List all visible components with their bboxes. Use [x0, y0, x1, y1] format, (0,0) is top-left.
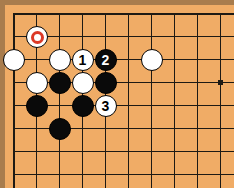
grid-vline	[174, 163, 175, 188]
grid-vline	[59, 25, 60, 48]
board-intersection[interactable]	[186, 25, 209, 48]
board-intersection[interactable]	[163, 94, 186, 117]
board-intersection[interactable]: 2	[94, 48, 117, 71]
white-stone[interactable]	[26, 26, 48, 48]
board-intersection[interactable]	[117, 117, 140, 140]
move-number-label: 3	[102, 98, 110, 112]
grid-vline	[128, 25, 129, 48]
grid-vline	[174, 13, 175, 25]
board-intersection[interactable]	[163, 163, 186, 186]
board-intersection[interactable]	[209, 94, 232, 117]
black-stone[interactable]	[26, 95, 48, 117]
board-intersection[interactable]	[140, 25, 163, 48]
board-intersection[interactable]	[140, 117, 163, 140]
board-intersection[interactable]	[117, 71, 140, 94]
board-intersection[interactable]	[25, 48, 48, 71]
board-intersection[interactable]	[94, 71, 117, 94]
grid-vline	[220, 48, 221, 71]
board-intersection[interactable]	[163, 117, 186, 140]
grid-vline	[105, 140, 106, 163]
grid-vline	[105, 117, 106, 140]
board-intersection[interactable]	[2, 48, 25, 71]
grid-vline	[13, 71, 15, 94]
board-intersection[interactable]	[48, 117, 71, 140]
grid-hline	[209, 128, 234, 129]
grid-vline	[220, 140, 221, 163]
grid-vline	[128, 140, 129, 163]
board-intersection[interactable]	[186, 163, 209, 186]
grid-vline	[220, 25, 221, 48]
board-intersection[interactable]	[2, 117, 25, 140]
board-intersection[interactable]	[209, 2, 232, 25]
black-stone[interactable]	[72, 95, 94, 117]
board-intersection[interactable]	[186, 48, 209, 71]
white-stone[interactable]: 3	[95, 95, 117, 117]
board-intersection[interactable]	[117, 25, 140, 48]
grid-vline	[197, 13, 198, 25]
grid-vline	[128, 117, 129, 140]
grid-vline	[220, 117, 221, 140]
move-number-label: 1	[79, 52, 87, 66]
white-stone[interactable]	[26, 72, 48, 94]
grid-hline	[209, 59, 234, 60]
grid-vline	[36, 117, 37, 140]
grid-vline	[128, 163, 129, 188]
star-point	[218, 80, 223, 85]
black-stone[interactable]	[95, 72, 117, 94]
grid-vline	[197, 48, 198, 71]
board-intersection[interactable]	[25, 117, 48, 140]
grid-vline	[82, 163, 83, 188]
board-intersection[interactable]: 3	[94, 94, 117, 117]
board-intersection[interactable]	[25, 94, 48, 117]
grid-vline	[197, 163, 198, 188]
board-intersection[interactable]	[71, 71, 94, 94]
white-stone[interactable]	[72, 72, 94, 94]
board-intersection[interactable]	[71, 163, 94, 186]
grid-vline	[220, 94, 221, 117]
grid-vline	[82, 13, 83, 25]
board-intersection[interactable]	[48, 140, 71, 163]
board-intersection[interactable]	[117, 94, 140, 117]
black-stone[interactable]	[49, 118, 71, 140]
board-intersection[interactable]	[71, 94, 94, 117]
grid-vline	[174, 25, 175, 48]
board-intersection[interactable]	[186, 140, 209, 163]
grid-hline	[209, 105, 234, 106]
board-intersection[interactable]	[94, 25, 117, 48]
grid-vline	[59, 140, 60, 163]
black-stone[interactable]: 2	[95, 49, 117, 71]
board-intersection[interactable]	[48, 48, 71, 71]
board-intersection[interactable]	[71, 25, 94, 48]
board-intersection[interactable]	[48, 2, 71, 25]
grid-vline	[151, 140, 152, 163]
board-intersection[interactable]	[209, 25, 232, 48]
board-intersection[interactable]	[48, 163, 71, 186]
board-intersection[interactable]	[209, 117, 232, 140]
board-intersection[interactable]	[2, 25, 25, 48]
board-intersection[interactable]	[117, 163, 140, 186]
grid-vline	[151, 13, 152, 25]
black-stone[interactable]	[49, 72, 71, 94]
grid-vline	[128, 94, 129, 117]
grid-vline	[128, 71, 129, 94]
go-diagram: 123	[0, 0, 234, 188]
board-intersection[interactable]	[94, 117, 117, 140]
grid-vline	[174, 94, 175, 117]
grid-vline	[174, 140, 175, 163]
grid-vline	[197, 94, 198, 117]
board-intersection[interactable]	[25, 25, 48, 48]
grid-vline	[174, 48, 175, 71]
grid-hline	[209, 13, 234, 15]
grid-vline	[36, 48, 37, 71]
board-intersection[interactable]	[140, 163, 163, 186]
grid-hline	[209, 174, 234, 175]
board-intersection[interactable]	[140, 48, 163, 71]
grid-vline	[197, 117, 198, 140]
grid-vline	[82, 140, 83, 163]
board-intersection[interactable]	[25, 163, 48, 186]
grid-vline	[13, 163, 15, 188]
go-board: 123	[2, 2, 232, 186]
grid-vline	[151, 25, 152, 48]
board-intersection[interactable]	[186, 117, 209, 140]
board-intersection[interactable]	[163, 140, 186, 163]
board-intersection[interactable]	[2, 2, 25, 25]
grid-vline	[197, 140, 198, 163]
board-intersection[interactable]	[71, 140, 94, 163]
grid-vline	[151, 117, 152, 140]
grid-vline	[151, 94, 152, 117]
grid-vline	[105, 25, 106, 48]
board-intersection[interactable]	[25, 140, 48, 163]
board-intersection[interactable]	[117, 2, 140, 25]
board-intersection[interactable]	[140, 2, 163, 25]
board-intersection[interactable]	[186, 2, 209, 25]
grid-vline	[59, 163, 60, 188]
board-intersection[interactable]	[163, 2, 186, 25]
board-intersection[interactable]	[94, 163, 117, 186]
board-intersection[interactable]	[25, 2, 48, 25]
circle-mark	[31, 31, 44, 44]
grid-vline	[36, 163, 37, 188]
grid-vline	[174, 117, 175, 140]
board-intersection[interactable]	[71, 117, 94, 140]
board-intersection[interactable]	[2, 71, 25, 94]
grid-vline	[13, 25, 15, 48]
board-intersection[interactable]	[94, 140, 117, 163]
board-intersection[interactable]	[186, 94, 209, 117]
board-intersection[interactable]	[163, 25, 186, 48]
grid-vline	[13, 13, 15, 25]
board-intersection[interactable]	[186, 71, 209, 94]
board-intersection[interactable]	[140, 140, 163, 163]
grid-hline	[209, 151, 234, 152]
board-intersection[interactable]	[2, 94, 25, 117]
white-stone[interactable]	[3, 49, 25, 71]
board-intersection[interactable]	[48, 94, 71, 117]
grid-vline	[151, 163, 152, 188]
board-intersection[interactable]	[209, 163, 232, 186]
grid-vline	[197, 25, 198, 48]
board-intersection[interactable]	[117, 48, 140, 71]
grid-vline	[151, 71, 152, 94]
board-intersection[interactable]	[209, 71, 232, 94]
grid-vline	[36, 13, 37, 25]
grid-vline	[220, 13, 221, 25]
grid-vline	[59, 94, 60, 117]
grid-vline	[128, 13, 129, 25]
white-stone[interactable]	[141, 49, 163, 71]
board-intersection[interactable]: 1	[71, 48, 94, 71]
white-stone[interactable]: 1	[72, 49, 94, 71]
grid-vline	[13, 140, 15, 163]
board-intersection[interactable]	[209, 140, 232, 163]
board-intersection[interactable]	[48, 25, 71, 48]
board-intersection[interactable]	[2, 140, 25, 163]
board-intersection[interactable]	[71, 2, 94, 25]
grid-vline	[82, 25, 83, 48]
grid-vline	[105, 163, 106, 188]
grid-vline	[220, 163, 221, 188]
grid-vline	[82, 117, 83, 140]
grid-vline	[13, 94, 15, 117]
board-intersection[interactable]	[117, 140, 140, 163]
grid-hline	[209, 36, 234, 37]
board-intersection[interactable]	[163, 48, 186, 71]
board-intersection[interactable]	[48, 71, 71, 94]
grid-vline	[174, 71, 175, 94]
grid-vline	[197, 71, 198, 94]
grid-vline	[13, 117, 15, 140]
board-intersection[interactable]	[163, 71, 186, 94]
board-intersection[interactable]	[140, 94, 163, 117]
grid-vline	[36, 140, 37, 163]
board-intersection[interactable]	[25, 71, 48, 94]
board-intersection[interactable]	[2, 163, 25, 186]
board-intersection[interactable]	[94, 2, 117, 25]
move-number-label: 2	[102, 52, 110, 66]
board-intersection[interactable]	[140, 71, 163, 94]
grid-vline	[128, 48, 129, 71]
grid-vline	[59, 13, 60, 25]
board-intersection[interactable]	[209, 48, 232, 71]
grid-vline	[105, 13, 106, 25]
white-stone[interactable]	[49, 49, 71, 71]
